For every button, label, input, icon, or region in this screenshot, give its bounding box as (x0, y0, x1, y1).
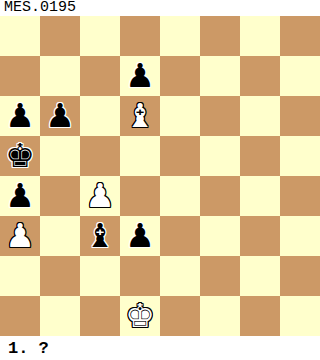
square-c1[interactable] (80, 296, 120, 336)
square-c3[interactable]: ♝ (80, 216, 120, 256)
square-b7[interactable] (40, 56, 80, 96)
square-d8[interactable] (120, 16, 160, 56)
square-d4[interactable] (120, 176, 160, 216)
square-g2[interactable] (240, 256, 280, 296)
square-c2[interactable] (80, 256, 120, 296)
square-e6[interactable] (160, 96, 200, 136)
square-g4[interactable] (240, 176, 280, 216)
square-a5[interactable]: ♚ (0, 136, 40, 176)
square-g6[interactable] (240, 96, 280, 136)
square-g7[interactable] (240, 56, 280, 96)
square-g1[interactable] (240, 296, 280, 336)
square-h2[interactable] (280, 256, 320, 296)
diagram-title: MES.0195 (0, 0, 320, 16)
square-e3[interactable] (160, 216, 200, 256)
square-e8[interactable] (160, 16, 200, 56)
white-king-piece[interactable]: ♚ (120, 296, 160, 336)
square-a2[interactable] (0, 256, 40, 296)
square-h6[interactable] (280, 96, 320, 136)
chess-board: ♟♟♟♝♚♟♟♟♝♟♚ (0, 16, 320, 336)
square-d1[interactable]: ♚ (120, 296, 160, 336)
black-pawn-piece[interactable]: ♟ (0, 176, 40, 216)
square-f2[interactable] (200, 256, 240, 296)
square-g3[interactable] (240, 216, 280, 256)
square-c4[interactable]: ♟ (80, 176, 120, 216)
square-a4[interactable]: ♟ (0, 176, 40, 216)
square-c5[interactable] (80, 136, 120, 176)
square-a3[interactable]: ♟ (0, 216, 40, 256)
square-h3[interactable] (280, 216, 320, 256)
square-h5[interactable] (280, 136, 320, 176)
square-f7[interactable] (200, 56, 240, 96)
square-e7[interactable] (160, 56, 200, 96)
square-h8[interactable] (280, 16, 320, 56)
black-pawn-piece[interactable]: ♟ (40, 96, 80, 136)
white-pawn-piece[interactable]: ♟ (0, 216, 40, 256)
square-e1[interactable] (160, 296, 200, 336)
black-pawn-piece[interactable]: ♟ (0, 96, 40, 136)
square-d2[interactable] (120, 256, 160, 296)
square-h7[interactable] (280, 56, 320, 96)
square-e2[interactable] (160, 256, 200, 296)
square-b6[interactable]: ♟ (40, 96, 80, 136)
square-c8[interactable] (80, 16, 120, 56)
square-d3[interactable]: ♟ (120, 216, 160, 256)
square-b8[interactable] (40, 16, 80, 56)
square-b3[interactable] (40, 216, 80, 256)
square-b5[interactable] (40, 136, 80, 176)
square-d6[interactable]: ♝ (120, 96, 160, 136)
square-d7[interactable]: ♟ (120, 56, 160, 96)
square-f8[interactable] (200, 16, 240, 56)
black-bishop-piece[interactable]: ♝ (80, 216, 120, 256)
square-b4[interactable] (40, 176, 80, 216)
square-f5[interactable] (200, 136, 240, 176)
square-e4[interactable] (160, 176, 200, 216)
white-bishop-piece[interactable]: ♝ (120, 96, 160, 136)
move-prompt: 1. ? (0, 336, 320, 360)
black-king-piece[interactable]: ♚ (0, 136, 40, 176)
white-pawn-piece[interactable]: ♟ (80, 176, 120, 216)
square-g5[interactable] (240, 136, 280, 176)
square-f6[interactable] (200, 96, 240, 136)
square-a6[interactable]: ♟ (0, 96, 40, 136)
black-pawn-piece[interactable]: ♟ (120, 56, 160, 96)
square-b2[interactable] (40, 256, 80, 296)
square-g8[interactable] (240, 16, 280, 56)
square-b1[interactable] (40, 296, 80, 336)
square-f4[interactable] (200, 176, 240, 216)
square-a7[interactable] (0, 56, 40, 96)
black-pawn-piece[interactable]: ♟ (120, 216, 160, 256)
square-d5[interactable] (120, 136, 160, 176)
square-f3[interactable] (200, 216, 240, 256)
square-h1[interactable] (280, 296, 320, 336)
square-c7[interactable] (80, 56, 120, 96)
square-c6[interactable] (80, 96, 120, 136)
square-a1[interactable] (0, 296, 40, 336)
square-f1[interactable] (200, 296, 240, 336)
square-h4[interactable] (280, 176, 320, 216)
square-e5[interactable] (160, 136, 200, 176)
square-a8[interactable] (0, 16, 40, 56)
